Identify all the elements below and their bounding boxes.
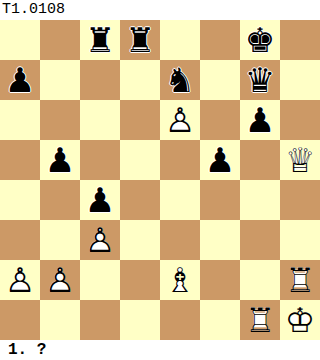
piece-black-king: ♚ [240, 20, 280, 60]
piece-white-pawn-fill: ♟ [40, 260, 80, 300]
chess-puzzle-window: T1.0108 ♜♜♚♟♞♛♟♙♟♟♟♛♕♟♟♙♟♙♟♙♝♗♜♖♜♖♚♔ 1. … [0, 0, 320, 360]
piece-white-pawn-fill: ♟ [0, 260, 40, 300]
square-c1[interactable] [80, 300, 120, 340]
piece-white-bishop-fill: ♝ [160, 260, 200, 300]
piece-white-rook-fill: ♜ [240, 300, 280, 340]
square-f1[interactable] [200, 300, 240, 340]
piece-white-pawn: ♙ [160, 100, 200, 140]
piece-black-knight: ♞ [160, 60, 200, 100]
piece-black-pawn: ♟ [0, 60, 40, 100]
square-a8[interactable] [0, 20, 40, 60]
piece-white-bishop: ♗ [160, 260, 200, 300]
piece-black-rook: ♜ [120, 20, 160, 60]
square-d8[interactable]: ♜ [120, 20, 160, 60]
square-b6[interactable] [40, 100, 80, 140]
square-d3[interactable] [120, 220, 160, 260]
square-e5[interactable] [160, 140, 200, 180]
piece-white-pawn: ♙ [0, 260, 40, 300]
square-f6[interactable] [200, 100, 240, 140]
square-a4[interactable] [0, 180, 40, 220]
square-g6[interactable]: ♟ [240, 100, 280, 140]
square-h1[interactable]: ♚♔ [280, 300, 320, 340]
square-e6[interactable]: ♟♙ [160, 100, 200, 140]
piece-black-pawn: ♟ [80, 180, 120, 220]
square-h6[interactable] [280, 100, 320, 140]
square-a3[interactable] [0, 220, 40, 260]
square-a1[interactable] [0, 300, 40, 340]
square-g7[interactable]: ♛ [240, 60, 280, 100]
piece-black-pawn: ♟ [40, 140, 80, 180]
square-f5[interactable]: ♟ [200, 140, 240, 180]
square-h4[interactable] [280, 180, 320, 220]
square-e8[interactable] [160, 20, 200, 60]
square-b5[interactable]: ♟ [40, 140, 80, 180]
square-h2[interactable]: ♜♖ [280, 260, 320, 300]
piece-black-rook: ♜ [80, 20, 120, 60]
square-g8[interactable]: ♚ [240, 20, 280, 60]
square-b2[interactable]: ♟♙ [40, 260, 80, 300]
piece-white-king-fill: ♚ [280, 300, 320, 340]
square-b1[interactable] [40, 300, 80, 340]
square-d5[interactable] [120, 140, 160, 180]
square-a6[interactable] [0, 100, 40, 140]
square-d7[interactable] [120, 60, 160, 100]
square-c3[interactable]: ♟♙ [80, 220, 120, 260]
square-b4[interactable] [40, 180, 80, 220]
square-f3[interactable] [200, 220, 240, 260]
piece-white-rook: ♖ [280, 260, 320, 300]
square-c4[interactable]: ♟ [80, 180, 120, 220]
square-e3[interactable] [160, 220, 200, 260]
square-c2[interactable] [80, 260, 120, 300]
square-d6[interactable] [120, 100, 160, 140]
square-f4[interactable] [200, 180, 240, 220]
square-d4[interactable] [120, 180, 160, 220]
square-e1[interactable] [160, 300, 200, 340]
square-e2[interactable]: ♝♗ [160, 260, 200, 300]
move-prompt: 1. ? [0, 340, 320, 360]
puzzle-id: T1.0108 [0, 0, 320, 20]
square-b7[interactable] [40, 60, 80, 100]
piece-white-pawn-fill: ♟ [80, 220, 120, 260]
piece-black-queen: ♛ [240, 60, 280, 100]
square-e4[interactable] [160, 180, 200, 220]
square-g2[interactable] [240, 260, 280, 300]
square-c8[interactable]: ♜ [80, 20, 120, 60]
square-d1[interactable] [120, 300, 160, 340]
square-a2[interactable]: ♟♙ [0, 260, 40, 300]
piece-black-pawn: ♟ [240, 100, 280, 140]
square-g3[interactable] [240, 220, 280, 260]
piece-white-pawn-fill: ♟ [160, 100, 200, 140]
square-h5[interactable]: ♛♕ [280, 140, 320, 180]
piece-white-rook: ♖ [240, 300, 280, 340]
square-g1[interactable]: ♜♖ [240, 300, 280, 340]
piece-white-queen-fill: ♛ [280, 140, 320, 180]
piece-black-pawn: ♟ [200, 140, 240, 180]
square-a5[interactable] [0, 140, 40, 180]
piece-white-pawn: ♙ [80, 220, 120, 260]
square-g4[interactable] [240, 180, 280, 220]
square-b3[interactable] [40, 220, 80, 260]
chess-board: ♜♜♚♟♞♛♟♙♟♟♟♛♕♟♟♙♟♙♟♙♝♗♜♖♜♖♚♔ [0, 20, 320, 340]
square-h7[interactable] [280, 60, 320, 100]
square-c5[interactable] [80, 140, 120, 180]
piece-white-king: ♔ [280, 300, 320, 340]
square-f7[interactable] [200, 60, 240, 100]
piece-white-pawn: ♙ [40, 260, 80, 300]
square-c7[interactable] [80, 60, 120, 100]
square-f8[interactable] [200, 20, 240, 60]
square-h8[interactable] [280, 20, 320, 60]
piece-white-queen: ♕ [280, 140, 320, 180]
square-h3[interactable] [280, 220, 320, 260]
square-f2[interactable] [200, 260, 240, 300]
square-a7[interactable]: ♟ [0, 60, 40, 100]
square-e7[interactable]: ♞ [160, 60, 200, 100]
square-b8[interactable] [40, 20, 80, 60]
piece-white-rook-fill: ♜ [280, 260, 320, 300]
square-g5[interactable] [240, 140, 280, 180]
square-c6[interactable] [80, 100, 120, 140]
square-d2[interactable] [120, 260, 160, 300]
